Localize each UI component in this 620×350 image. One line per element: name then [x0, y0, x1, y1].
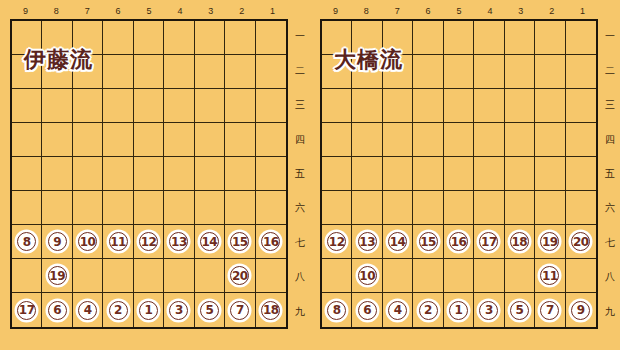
cell — [535, 191, 565, 225]
cell — [225, 157, 255, 191]
cell — [256, 191, 286, 225]
cell — [134, 157, 164, 191]
order-marker: 8 — [17, 232, 36, 251]
cell: 16 — [256, 225, 286, 259]
cell — [535, 157, 565, 191]
cell — [103, 157, 133, 191]
cell — [42, 89, 72, 123]
order-marker: 17 — [479, 232, 498, 251]
cell — [413, 157, 443, 191]
cell — [444, 123, 474, 157]
cell — [413, 259, 443, 293]
rank-label: 二 — [602, 53, 618, 87]
order-marker: 11 — [540, 266, 559, 285]
cell: 5 — [195, 293, 225, 327]
cell — [225, 123, 255, 157]
file-label: 1 — [567, 3, 598, 19]
cell — [195, 191, 225, 225]
cell — [474, 157, 504, 191]
cell — [256, 89, 286, 123]
cell: 4 — [73, 293, 103, 327]
cell — [195, 21, 225, 55]
order-marker: 7 — [540, 301, 559, 320]
cell — [413, 191, 443, 225]
cell — [535, 89, 565, 123]
order-marker: 20 — [571, 232, 590, 251]
cell — [134, 55, 164, 89]
file-labels: 987654321 — [10, 3, 288, 19]
cell: 9 — [42, 225, 72, 259]
order-marker: 1 — [139, 301, 158, 320]
cell — [195, 123, 225, 157]
cell — [444, 55, 474, 89]
cell — [352, 123, 382, 157]
cell: 8 — [12, 225, 42, 259]
order-marker: 4 — [388, 301, 407, 320]
file-label: 9 — [10, 3, 41, 19]
board-ohashi-ryu: 987654321 121314151617181920101186421357… — [320, 3, 598, 329]
cell: 3 — [474, 293, 504, 327]
order-marker: 2 — [109, 301, 128, 320]
file-label: 9 — [320, 3, 351, 19]
cell: 7 — [225, 293, 255, 327]
rank-label: 六 — [602, 191, 618, 225]
cell: 19 — [535, 225, 565, 259]
cell — [225, 55, 255, 89]
cell: 18 — [505, 225, 535, 259]
rank-label: 七 — [602, 226, 618, 260]
cell — [103, 21, 133, 55]
cell — [444, 191, 474, 225]
cell — [413, 21, 443, 55]
cell: 14 — [383, 225, 413, 259]
order-marker: 3 — [479, 301, 498, 320]
cell — [12, 89, 42, 123]
order-marker: 13 — [169, 232, 188, 251]
cell — [566, 89, 596, 123]
cell: 13 — [164, 225, 194, 259]
cell — [256, 259, 286, 293]
board-ito-ryu: 987654321 891011121314151619201764213571… — [10, 3, 288, 329]
cell — [352, 191, 382, 225]
order-marker: 4 — [78, 301, 97, 320]
order-marker: 12 — [139, 232, 158, 251]
cell — [566, 21, 596, 55]
cell: 2 — [103, 293, 133, 327]
cell — [474, 259, 504, 293]
order-marker: 9 — [571, 301, 590, 320]
board-label-ito-ryu: 伊藤流 — [24, 45, 93, 75]
cell — [195, 157, 225, 191]
cell — [225, 21, 255, 55]
cell: 4 — [383, 293, 413, 327]
file-label: 7 — [72, 3, 103, 19]
cell — [505, 55, 535, 89]
cell — [256, 55, 286, 89]
cell — [164, 89, 194, 123]
cell: 11 — [103, 225, 133, 259]
cell — [322, 259, 352, 293]
file-labels: 987654321 — [320, 3, 598, 19]
cell — [444, 21, 474, 55]
cell — [383, 157, 413, 191]
cell: 17 — [474, 225, 504, 259]
rank-label: 八 — [292, 260, 308, 294]
order-marker: 2 — [419, 301, 438, 320]
cell — [12, 259, 42, 293]
file-label: 4 — [474, 3, 505, 19]
cell — [134, 259, 164, 293]
file-label: 6 — [413, 3, 444, 19]
cell — [413, 123, 443, 157]
order-marker: 3 — [169, 301, 188, 320]
file-label: 1 — [257, 3, 288, 19]
cell — [352, 157, 382, 191]
cell — [505, 123, 535, 157]
rank-label: 四 — [292, 122, 308, 156]
order-marker: 6 — [48, 301, 67, 320]
cell: 3 — [164, 293, 194, 327]
order-marker: 19 — [48, 266, 67, 285]
cell — [73, 191, 103, 225]
cell — [195, 55, 225, 89]
cell: 14 — [195, 225, 225, 259]
cell — [566, 157, 596, 191]
cell — [12, 157, 42, 191]
cell — [566, 259, 596, 293]
cell — [164, 157, 194, 191]
order-marker: 13 — [358, 232, 377, 251]
file-label: 3 — [505, 3, 536, 19]
cell — [505, 259, 535, 293]
cell: 10 — [73, 225, 103, 259]
rank-label: 七 — [292, 226, 308, 260]
cell — [505, 21, 535, 55]
cell — [42, 191, 72, 225]
cell — [195, 259, 225, 293]
cell — [322, 191, 352, 225]
file-label: 8 — [351, 3, 382, 19]
order-marker: 10 — [78, 232, 97, 251]
order-marker: 14 — [200, 232, 219, 251]
file-label: 5 — [134, 3, 165, 19]
order-marker: 18 — [261, 301, 280, 320]
cell: 15 — [225, 225, 255, 259]
cell: 15 — [413, 225, 443, 259]
cell — [134, 191, 164, 225]
file-label: 3 — [195, 3, 226, 19]
rank-label: 三 — [292, 88, 308, 122]
cell — [42, 123, 72, 157]
cell — [566, 191, 596, 225]
cell: 8 — [322, 293, 352, 327]
cell: 5 — [505, 293, 535, 327]
file-label: 5 — [444, 3, 475, 19]
cell — [103, 55, 133, 89]
cell: 1 — [444, 293, 474, 327]
cell — [474, 21, 504, 55]
rank-label: 六 — [292, 191, 308, 225]
order-marker: 14 — [388, 232, 407, 251]
cell — [164, 21, 194, 55]
cell — [103, 89, 133, 123]
order-marker: 10 — [358, 266, 377, 285]
cell: 11 — [535, 259, 565, 293]
cell — [103, 123, 133, 157]
cell — [164, 259, 194, 293]
cell: 16 — [444, 225, 474, 259]
rank-label: 一 — [292, 19, 308, 53]
cell — [474, 123, 504, 157]
cell: 18 — [256, 293, 286, 327]
cell — [444, 89, 474, 123]
cell: 20 — [566, 225, 596, 259]
order-marker: 5 — [200, 301, 219, 320]
order-marker: 12 — [327, 232, 346, 251]
cell: 7 — [535, 293, 565, 327]
board-frame: 1213141516171819201011864213579 大橋流 — [320, 19, 598, 329]
order-marker: 8 — [327, 301, 346, 320]
cell — [73, 157, 103, 191]
rank-label: 二 — [292, 53, 308, 87]
cell — [256, 123, 286, 157]
cell — [195, 89, 225, 123]
cell — [42, 157, 72, 191]
rank-labels: 一二三四五六七八九 — [602, 19, 618, 329]
rank-label: 五 — [602, 157, 618, 191]
cell — [535, 21, 565, 55]
cell — [73, 259, 103, 293]
board-frame: 8910111213141516192017642135718 伊藤流 — [10, 19, 288, 329]
cell — [256, 21, 286, 55]
cell — [383, 89, 413, 123]
cell — [566, 55, 596, 89]
cell — [164, 55, 194, 89]
cell — [134, 123, 164, 157]
board-label-ohashi-ryu: 大橋流 — [334, 45, 403, 75]
cell — [352, 89, 382, 123]
cell — [322, 157, 352, 191]
cell — [322, 89, 352, 123]
cell: 9 — [566, 293, 596, 327]
cell: 10 — [352, 259, 382, 293]
cell — [134, 89, 164, 123]
cell — [383, 123, 413, 157]
rank-label: 四 — [602, 122, 618, 156]
order-marker: 5 — [510, 301, 529, 320]
cell — [73, 123, 103, 157]
order-marker: 16 — [449, 232, 468, 251]
cell — [12, 191, 42, 225]
cell — [474, 89, 504, 123]
rank-labels: 一二三四五六七八九 — [292, 19, 308, 329]
cell — [474, 55, 504, 89]
cell: 12 — [134, 225, 164, 259]
cell: 19 — [42, 259, 72, 293]
rank-label: 八 — [602, 260, 618, 294]
cell: 17 — [12, 293, 42, 327]
file-label: 6 — [103, 3, 134, 19]
order-marker: 17 — [17, 301, 36, 320]
cell: 12 — [322, 225, 352, 259]
rank-label: 五 — [292, 157, 308, 191]
cell — [225, 191, 255, 225]
file-label: 4 — [164, 3, 195, 19]
cell — [535, 123, 565, 157]
cell — [383, 259, 413, 293]
cell — [164, 123, 194, 157]
rank-label: 九 — [292, 295, 308, 329]
cell — [103, 259, 133, 293]
cell — [413, 55, 443, 89]
cell — [225, 89, 255, 123]
file-label: 2 — [226, 3, 257, 19]
cell — [444, 259, 474, 293]
cell: 6 — [42, 293, 72, 327]
order-marker: 19 — [540, 232, 559, 251]
cell — [12, 123, 42, 157]
file-label: 8 — [41, 3, 72, 19]
cell — [73, 89, 103, 123]
order-marker: 15 — [230, 232, 249, 251]
order-marker: 7 — [230, 301, 249, 320]
cell — [505, 191, 535, 225]
cell — [103, 191, 133, 225]
order-marker: 11 — [109, 232, 128, 251]
cell — [413, 89, 443, 123]
cell: 6 — [352, 293, 382, 327]
order-marker: 16 — [261, 232, 280, 251]
cell: 20 — [225, 259, 255, 293]
cell — [134, 21, 164, 55]
cell — [164, 191, 194, 225]
cell — [322, 123, 352, 157]
rank-label: 三 — [602, 88, 618, 122]
order-marker: 20 — [230, 266, 249, 285]
order-marker: 9 — [48, 232, 67, 251]
cell — [505, 157, 535, 191]
file-label: 2 — [536, 3, 567, 19]
cell — [566, 123, 596, 157]
shogi-placement-diagram: 987654321 891011121314151619201764213571… — [0, 0, 620, 350]
cell — [474, 191, 504, 225]
cell: 13 — [352, 225, 382, 259]
cell: 1 — [134, 293, 164, 327]
rank-label: 一 — [602, 19, 618, 53]
rank-label: 九 — [602, 295, 618, 329]
order-marker: 6 — [358, 301, 377, 320]
cell: 2 — [413, 293, 443, 327]
order-marker: 18 — [510, 232, 529, 251]
order-marker: 15 — [419, 232, 438, 251]
cell — [383, 191, 413, 225]
cell — [256, 157, 286, 191]
cell — [535, 55, 565, 89]
cell — [444, 157, 474, 191]
cell — [505, 89, 535, 123]
order-marker: 1 — [449, 301, 468, 320]
file-label: 7 — [382, 3, 413, 19]
